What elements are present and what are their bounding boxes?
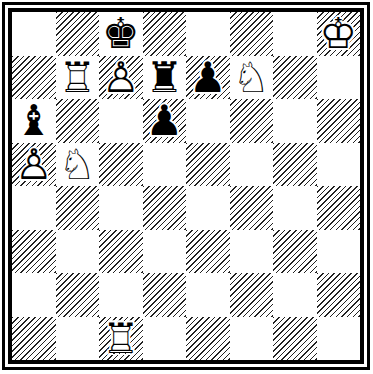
white-rook: ♜♖: [99, 317, 143, 361]
square-g4[interactable]: [273, 186, 317, 230]
white-king: ♚♔: [317, 12, 361, 56]
square-c4[interactable]: [99, 186, 143, 230]
square-c3[interactable]: [99, 230, 143, 274]
white-pawn-outline: ♙: [99, 56, 143, 100]
square-h5[interactable]: [317, 143, 361, 187]
chess-board: ♚♚♔♜♖♟♙♜♟♞♘♝♟♟♙♞♘♜♖: [12, 12, 360, 360]
square-a4[interactable]: [12, 186, 56, 230]
white-rook-outline: ♖: [56, 56, 100, 100]
square-e6[interactable]: [186, 99, 230, 143]
square-a7[interactable]: [12, 56, 56, 100]
square-g7[interactable]: [273, 56, 317, 100]
white-king-outline: ♔: [317, 12, 361, 56]
square-d1[interactable]: [143, 317, 187, 361]
black-bishop: ♝: [12, 99, 56, 143]
square-e1[interactable]: [186, 317, 230, 361]
square-h6[interactable]: [317, 99, 361, 143]
square-b2[interactable]: [56, 273, 100, 317]
square-d2[interactable]: [143, 273, 187, 317]
square-d8[interactable]: [143, 12, 187, 56]
black-pawn-glyph: ♟: [143, 99, 187, 143]
square-g5[interactable]: [273, 143, 317, 187]
square-c2[interactable]: [99, 273, 143, 317]
square-c8[interactable]: ♚: [99, 12, 143, 56]
black-pawn-glyph: ♟: [186, 56, 230, 100]
white-knight: ♞♘: [56, 143, 100, 187]
square-e7[interactable]: ♟: [186, 56, 230, 100]
square-b4[interactable]: [56, 186, 100, 230]
black-rook-glyph: ♜: [143, 56, 187, 100]
square-h4[interactable]: [317, 186, 361, 230]
square-f1[interactable]: [230, 317, 274, 361]
square-h3[interactable]: [317, 230, 361, 274]
black-king-glyph: ♚: [99, 12, 143, 56]
square-a3[interactable]: [12, 230, 56, 274]
square-a2[interactable]: [12, 273, 56, 317]
square-f6[interactable]: [230, 99, 274, 143]
square-g1[interactable]: [273, 317, 317, 361]
square-b7[interactable]: ♜♖: [56, 56, 100, 100]
square-h7[interactable]: [317, 56, 361, 100]
square-e5[interactable]: [186, 143, 230, 187]
square-d6[interactable]: ♟: [143, 99, 187, 143]
square-a5[interactable]: ♟♙: [12, 143, 56, 187]
black-rook: ♜: [143, 56, 187, 100]
square-f5[interactable]: [230, 143, 274, 187]
black-king: ♚: [99, 12, 143, 56]
chess-diagram-page: ♚♚♔♜♖♟♙♜♟♞♘♝♟♟♙♞♘♜♖: [0, 0, 373, 374]
board-inner-frame: ♚♚♔♜♖♟♙♜♟♞♘♝♟♟♙♞♘♜♖: [8, 8, 364, 364]
square-h8[interactable]: ♚♔: [317, 12, 361, 56]
square-b5[interactable]: ♞♘: [56, 143, 100, 187]
square-b6[interactable]: [56, 99, 100, 143]
square-f3[interactable]: [230, 230, 274, 274]
square-d5[interactable]: [143, 143, 187, 187]
black-pawn: ♟: [143, 99, 187, 143]
square-d3[interactable]: [143, 230, 187, 274]
square-g2[interactable]: [273, 273, 317, 317]
square-e3[interactable]: [186, 230, 230, 274]
white-knight-outline: ♘: [230, 56, 274, 100]
square-b3[interactable]: [56, 230, 100, 274]
square-f8[interactable]: [230, 12, 274, 56]
square-e4[interactable]: [186, 186, 230, 230]
white-rook-outline: ♖: [99, 317, 143, 361]
square-g6[interactable]: [273, 99, 317, 143]
white-pawn: ♟♙: [12, 143, 56, 187]
square-e8[interactable]: [186, 12, 230, 56]
square-c5[interactable]: [99, 143, 143, 187]
white-rook: ♜♖: [56, 56, 100, 100]
white-knight: ♞♘: [230, 56, 274, 100]
square-a6[interactable]: ♝: [12, 99, 56, 143]
square-b8[interactable]: [56, 12, 100, 56]
square-f2[interactable]: [230, 273, 274, 317]
square-a1[interactable]: [12, 317, 56, 361]
black-pawn: ♟: [186, 56, 230, 100]
square-g8[interactable]: [273, 12, 317, 56]
white-pawn-outline: ♙: [12, 143, 56, 187]
square-d4[interactable]: [143, 186, 187, 230]
board-outer-frame: ♚♚♔♜♖♟♙♜♟♞♘♝♟♟♙♞♘♜♖: [2, 2, 370, 370]
white-knight-outline: ♘: [56, 143, 100, 187]
square-c6[interactable]: [99, 99, 143, 143]
square-e2[interactable]: [186, 273, 230, 317]
square-a8[interactable]: [12, 12, 56, 56]
square-h1[interactable]: [317, 317, 361, 361]
square-f7[interactable]: ♞♘: [230, 56, 274, 100]
square-c1[interactable]: ♜♖: [99, 317, 143, 361]
square-c7[interactable]: ♟♙: [99, 56, 143, 100]
square-d7[interactable]: ♜: [143, 56, 187, 100]
black-bishop-glyph: ♝: [12, 99, 56, 143]
square-f4[interactable]: [230, 186, 274, 230]
square-h2[interactable]: [317, 273, 361, 317]
square-b1[interactable]: [56, 317, 100, 361]
white-pawn: ♟♙: [99, 56, 143, 100]
square-g3[interactable]: [273, 230, 317, 274]
